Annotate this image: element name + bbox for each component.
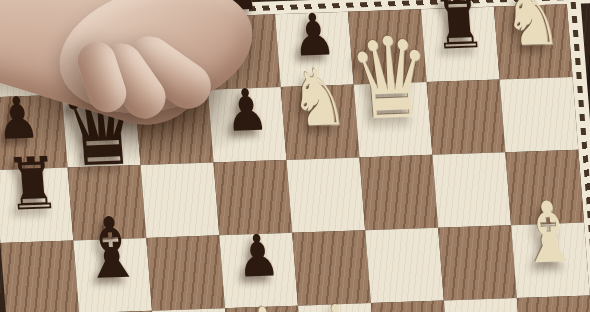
pieces-layer: ♟♟♜♞♟♟♞♛♜♛♝♟♝♟♟: [0, 4, 590, 312]
white-pawn-e4[interactable]: ♟: [313, 297, 360, 312]
white-knight-h8[interactable]: ♞: [500, 0, 563, 57]
black-bishop-b5[interactable]: ♝: [76, 205, 144, 291]
black-rook-g8[interactable]: ♜: [429, 0, 488, 60]
black-pawn-d5[interactable]: ♟: [234, 226, 281, 285]
white-knight-e7[interactable]: ♞: [286, 58, 349, 138]
black-pawn-d8[interactable]: ♟: [213, 0, 260, 19]
chessboard: ♟♟♜♞♟♟♞♛♜♛♝♟♝♟♟: [0, 4, 590, 312]
white-bishop-h5[interactable]: ♝: [514, 190, 582, 276]
black-pawn-a7[interactable]: ♟: [0, 89, 41, 148]
black-pawn-d7[interactable]: ♟: [222, 81, 269, 140]
scene: ♟♟♜♞♟♟♞♛♜♛♝♟♝♟♟: [0, 0, 590, 312]
white-pawn-d4[interactable]: ♟: [240, 299, 287, 312]
black-rook-a6[interactable]: ♜: [3, 147, 62, 221]
black-queen-b6[interactable]: ♛: [55, 68, 146, 183]
white-queen-f7[interactable]: ♛: [344, 21, 435, 136]
